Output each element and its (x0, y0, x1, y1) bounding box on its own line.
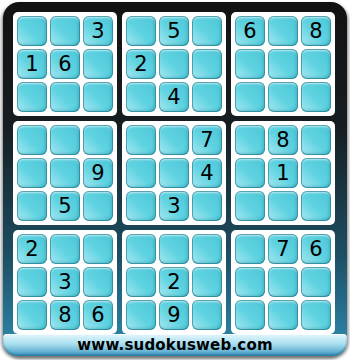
cell-r1c7[interactable]: 6 (235, 16, 265, 46)
cell-r6c5[interactable]: 3 (159, 191, 189, 221)
cell-r8c6[interactable] (192, 267, 222, 297)
cell-r2c4[interactable]: 2 (126, 49, 156, 79)
cell-r1c4[interactable] (126, 16, 156, 46)
sudoku-box-7: 2386 (13, 230, 117, 334)
cell-r7c5[interactable] (159, 234, 189, 264)
cell-r4c1[interactable] (17, 125, 47, 155)
sudoku-box-5: 743 (122, 121, 226, 225)
cell-r3c8[interactable] (268, 82, 298, 112)
cell-r6c7[interactable] (235, 191, 265, 221)
cell-r1c9[interactable]: 8 (301, 16, 331, 46)
cell-r7c8[interactable]: 7 (268, 234, 298, 264)
cell-r2c3[interactable] (83, 49, 113, 79)
cell-r5c6[interactable]: 4 (192, 158, 222, 188)
cell-r8c7[interactable] (235, 267, 265, 297)
cell-r6c9[interactable] (301, 191, 331, 221)
sudoku-box-9: 76 (231, 230, 335, 334)
cell-r6c2[interactable]: 5 (50, 191, 80, 221)
sudoku-box-4: 95 (13, 121, 117, 225)
cell-r6c3[interactable] (83, 191, 113, 221)
cell-r7c4[interactable] (126, 234, 156, 264)
cell-r3c5[interactable]: 4 (159, 82, 189, 112)
site-url-link[interactable]: www.sudokusweb.com (77, 336, 272, 354)
sudoku-box-3: 68 (231, 12, 335, 116)
cell-r8c8[interactable] (268, 267, 298, 297)
sudoku-box-6: 81 (231, 121, 335, 225)
cell-r2c9[interactable] (301, 49, 331, 79)
cell-r9c6[interactable] (192, 300, 222, 330)
cell-r9c9[interactable] (301, 300, 331, 330)
cell-r1c1[interactable] (17, 16, 47, 46)
cell-r3c1[interactable] (17, 82, 47, 112)
cell-r8c5[interactable]: 2 (159, 267, 189, 297)
cell-r9c8[interactable] (268, 300, 298, 330)
cell-r5c2[interactable] (50, 158, 80, 188)
cell-r2c1[interactable]: 1 (17, 49, 47, 79)
cell-r6c4[interactable] (126, 191, 156, 221)
sudoku-box-1: 316 (13, 12, 117, 116)
cell-r4c6[interactable]: 7 (192, 125, 222, 155)
cell-r7c9[interactable]: 6 (301, 234, 331, 264)
sudoku-box-2: 524 (122, 12, 226, 116)
cell-r4c5[interactable] (159, 125, 189, 155)
footer-bar: www.sudokusweb.com (3, 334, 347, 356)
cell-r1c5[interactable]: 5 (159, 16, 189, 46)
sudoku-grid: 31652468957438123862976 (13, 12, 335, 334)
cell-r4c7[interactable] (235, 125, 265, 155)
cell-r6c6[interactable] (192, 191, 222, 221)
cell-r1c3[interactable]: 3 (83, 16, 113, 46)
cell-r8c3[interactable] (83, 267, 113, 297)
cell-r8c1[interactable] (17, 267, 47, 297)
cell-r4c8[interactable]: 8 (268, 125, 298, 155)
cell-r4c2[interactable] (50, 125, 80, 155)
cell-r8c2[interactable]: 3 (50, 267, 80, 297)
cell-r1c8[interactable] (268, 16, 298, 46)
cell-r2c8[interactable] (268, 49, 298, 79)
cell-r3c2[interactable] (50, 82, 80, 112)
cell-r5c5[interactable] (159, 158, 189, 188)
cell-r9c1[interactable] (17, 300, 47, 330)
cell-r7c7[interactable] (235, 234, 265, 264)
cell-r5c9[interactable] (301, 158, 331, 188)
cell-r8c4[interactable] (126, 267, 156, 297)
cell-r2c6[interactable] (192, 49, 222, 79)
cell-r9c7[interactable] (235, 300, 265, 330)
cell-r5c1[interactable] (17, 158, 47, 188)
cell-r5c8[interactable]: 1 (268, 158, 298, 188)
cell-r1c2[interactable] (50, 16, 80, 46)
cell-r3c6[interactable] (192, 82, 222, 112)
cell-r6c8[interactable] (268, 191, 298, 221)
cell-r8c9[interactable] (301, 267, 331, 297)
cell-r1c6[interactable] (192, 16, 222, 46)
cell-r9c2[interactable]: 8 (50, 300, 80, 330)
cell-r4c4[interactable] (126, 125, 156, 155)
cell-r3c9[interactable] (301, 82, 331, 112)
cell-r3c7[interactable] (235, 82, 265, 112)
cell-r7c6[interactable] (192, 234, 222, 264)
cell-r2c7[interactable] (235, 49, 265, 79)
cell-r7c1[interactable]: 2 (17, 234, 47, 264)
cell-r9c5[interactable]: 9 (159, 300, 189, 330)
cell-r5c7[interactable] (235, 158, 265, 188)
cell-r3c3[interactable] (83, 82, 113, 112)
cell-r5c3[interactable]: 9 (83, 158, 113, 188)
cell-r2c2[interactable]: 6 (50, 49, 80, 79)
cell-r9c3[interactable]: 6 (83, 300, 113, 330)
cell-r2c5[interactable] (159, 49, 189, 79)
cell-r4c3[interactable] (83, 125, 113, 155)
cell-r3c4[interactable] (126, 82, 156, 112)
sudoku-box-8: 29 (122, 230, 226, 334)
cell-r7c2[interactable] (50, 234, 80, 264)
sudoku-board-frame: 31652468957438123862976 www.sudokusweb.c… (3, 2, 347, 356)
cell-r9c4[interactable] (126, 300, 156, 330)
cell-r6c1[interactable] (17, 191, 47, 221)
cell-r4c9[interactable] (301, 125, 331, 155)
cell-r5c4[interactable] (126, 158, 156, 188)
cell-r7c3[interactable] (83, 234, 113, 264)
